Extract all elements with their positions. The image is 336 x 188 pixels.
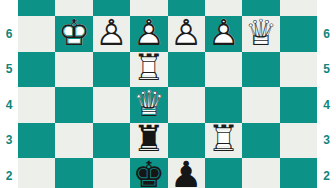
rank-label-left-3: 3: [0, 133, 18, 147]
rank-label-left-4: 4: [0, 98, 18, 112]
white-piece-outline-glyph: ♙: [95, 15, 127, 51]
square-a6[interactable]: [18, 16, 55, 52]
square-h3[interactable]: [280, 123, 317, 159]
square-a4[interactable]: [18, 87, 55, 123]
square-b4[interactable]: [55, 87, 92, 123]
square-e6[interactable]: ♟♙: [168, 16, 205, 52]
square-f6[interactable]: ♟♙: [205, 16, 242, 52]
white-piece-outline-glyph: ♕: [133, 86, 165, 122]
square-a3[interactable]: [18, 123, 55, 159]
black-piece-glyph: ♜: [133, 121, 165, 157]
square-c3[interactable]: [93, 123, 130, 159]
piece-black-pawn-e2: ♟: [168, 158, 205, 188]
piece-white-pawn-f6: ♟♙: [205, 16, 242, 52]
square-b5[interactable]: [55, 52, 92, 88]
square-g4[interactable]: [242, 87, 279, 123]
square-f2[interactable]: [205, 158, 242, 188]
piece-black-king-d2: ♚: [130, 158, 167, 188]
piece-white-rook-f3: ♜♖: [205, 123, 242, 159]
square-f5[interactable]: [205, 52, 242, 88]
rank-label-right-4: 4: [317, 98, 336, 112]
square-c4[interactable]: [93, 87, 130, 123]
square-c5[interactable]: [93, 52, 130, 88]
square-b6[interactable]: ♚♔: [55, 16, 92, 52]
white-piece-outline-glyph: ♕: [245, 15, 277, 51]
square-a7[interactable]: [18, 0, 55, 16]
square-c2[interactable]: [93, 158, 130, 188]
square-g2[interactable]: [242, 158, 279, 188]
white-piece-outline-glyph: ♙: [207, 15, 239, 51]
rank-labels-right: 6 5 4 3 2: [317, 0, 336, 188]
square-b2[interactable]: [55, 158, 92, 188]
white-piece-outline-glyph: ♙: [133, 15, 165, 51]
rank-label-left-5: 5: [0, 62, 18, 76]
square-c6[interactable]: ♟♙: [93, 16, 130, 52]
black-piece-glyph: ♟: [170, 157, 202, 188]
chess-diagram: ♚♔♟♙♟♙♟♙♟♙♛♕♜♖♛♕♜♜♖♚♟ 6 5 4 3 2 6 5 4 3 …: [0, 0, 336, 188]
square-h7[interactable]: [280, 0, 317, 16]
square-h6[interactable]: [280, 16, 317, 52]
square-g3[interactable]: [242, 123, 279, 159]
square-e2[interactable]: ♟: [168, 158, 205, 188]
piece-white-pawn-c6: ♟♙: [93, 16, 130, 52]
square-d2[interactable]: ♚: [130, 158, 167, 188]
square-g6[interactable]: ♛♕: [242, 16, 279, 52]
rank-label-left-2: 2: [0, 169, 18, 183]
rank-label-right-3: 3: [317, 133, 336, 147]
black-piece-glyph: ♚: [133, 157, 165, 188]
chess-board: ♚♔♟♙♟♙♟♙♟♙♛♕♜♖♛♕♜♜♖♚♟: [18, 0, 317, 188]
white-piece-outline-glyph: ♙: [170, 15, 202, 51]
square-f3[interactable]: ♜♖: [205, 123, 242, 159]
square-e4[interactable]: [168, 87, 205, 123]
square-g5[interactable]: [242, 52, 279, 88]
white-piece-outline-glyph: ♔: [58, 15, 90, 51]
rank-label-right-5: 5: [317, 62, 336, 76]
square-h5[interactable]: [280, 52, 317, 88]
white-piece-outline-glyph: ♖: [133, 50, 165, 86]
rank-labels-left: 6 5 4 3 2: [0, 0, 18, 188]
piece-white-queen-g6: ♛♕: [242, 16, 279, 52]
square-a2[interactable]: [18, 158, 55, 188]
square-b3[interactable]: [55, 123, 92, 159]
rank-label-left-6: 6: [0, 27, 18, 41]
rank-label-right-2: 2: [317, 169, 336, 183]
piece-white-king-b6: ♚♔: [55, 16, 92, 52]
rank-label-right-6: 6: [317, 27, 336, 41]
square-a5[interactable]: [18, 52, 55, 88]
square-h4[interactable]: [280, 87, 317, 123]
square-h2[interactable]: [280, 158, 317, 188]
white-piece-outline-glyph: ♖: [207, 121, 239, 157]
piece-white-pawn-e6: ♟♙: [168, 16, 205, 52]
square-e5[interactable]: [168, 52, 205, 88]
